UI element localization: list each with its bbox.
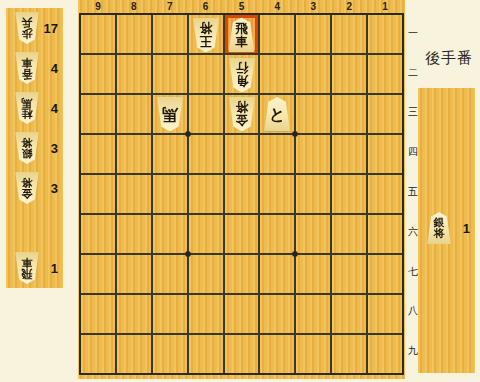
hand-piece-count: 17 [40,21,63,36]
board-cell-9五[interactable] [81,175,115,213]
piece-kanji: 将 [434,228,445,240]
board-cell-3一[interactable] [296,15,330,53]
hand-piece-knight[interactable]: 桂馬 [14,92,40,124]
board-cell-2二[interactable] [332,55,366,93]
board-cell-1三[interactable] [368,95,402,133]
piece-kanji: 将 [22,177,33,189]
board-cell-3八[interactable] [296,295,330,333]
shogi-board-panel: 987654321 王将飛車角行馬金将と [78,0,405,379]
board-cell-4四[interactable] [260,135,294,173]
gote-hand-slot: 桂馬4 [6,88,63,128]
sente-hand-slot [418,88,475,128]
file-label: 3 [295,0,331,13]
hand-piece-count: 4 [40,101,63,116]
board-cell-8二[interactable] [117,55,151,93]
board-cell-8六[interactable] [117,215,151,253]
piece-kanji: 金 [22,188,33,200]
board-cell-5七[interactable] [225,255,259,293]
board-cell-1五[interactable] [368,175,402,213]
gote-hand-slot: 銀将3 [6,128,63,168]
rank-label: 二 [405,53,421,93]
board-cell-4七[interactable] [260,255,294,293]
sente-hand-slot [418,248,475,288]
board-cell-2五[interactable] [332,175,366,213]
sente-hand-slot [418,328,475,368]
board-cell-4八[interactable] [260,295,294,333]
file-label: 9 [80,0,116,13]
hand-piece-rook[interactable]: 飛車 [14,252,40,284]
board-cell-8八[interactable] [117,295,151,333]
board-cell-7五[interactable] [153,175,187,213]
gote-hand-slot [6,208,63,248]
gote-hand-slot: 飛車1 [6,248,63,288]
hand-piece-gold[interactable]: 金将 [14,172,40,204]
file-label: 2 [331,0,367,13]
board-cell-1八[interactable] [368,295,402,333]
board-cell-9三[interactable] [81,95,115,133]
board-cell-7二[interactable] [153,55,187,93]
board-cell-9九[interactable] [81,335,115,373]
board-cell-8三[interactable] [117,95,151,133]
board-cell-4六[interactable] [260,215,294,253]
board-cell-8五[interactable] [117,175,151,213]
board-cell-2四[interactable] [332,135,366,173]
gote-hand-slot: 歩兵17 [6,8,63,48]
rank-label: 一 [405,13,421,53]
piece-kanji: 角 [235,75,248,88]
sente-hand-slot [418,128,475,168]
board-cell-1四[interactable] [368,135,402,173]
board-cell-6七[interactable] [189,255,223,293]
board-cell-9二[interactable] [81,55,115,93]
star-point [293,132,298,137]
board-cell-5四[interactable] [225,135,259,173]
sente-hand-slot [418,168,475,208]
shogi-app: 歩兵17香車4桂馬4銀将3金将3飛車1 987654321 王将飛車角行馬金将と… [0,0,480,382]
file-label: 6 [188,0,224,13]
hand-piece-count: 1 [40,261,63,276]
board-cell-4一[interactable] [260,15,294,53]
board-cell-8九[interactable] [117,335,151,373]
piece-kanji: 将 [235,101,248,114]
board-cell-2一[interactable] [332,15,366,53]
hand-piece-count: 1 [452,221,475,236]
piece-kanji: 歩 [22,28,33,40]
hand-piece-pawn[interactable]: 歩兵 [14,12,40,44]
file-label: 8 [116,0,152,13]
board-cell-9八[interactable] [81,295,115,333]
sente-hand-tray: 銀将1 [418,88,475,373]
piece-kanji: 車 [22,57,33,69]
board-cell-7六[interactable] [153,215,187,253]
board-cell-2三[interactable] [332,95,366,133]
board-cell-6八[interactable] [189,295,223,333]
board-cell-1六[interactable] [368,215,402,253]
hand-piece-count: 3 [40,181,63,196]
star-point [186,132,191,137]
board-cell-8七[interactable] [117,255,151,293]
piece-kanji: 馬 [22,97,33,109]
board-cell-6九[interactable] [189,335,223,373]
board-cell-1二[interactable] [368,55,402,93]
board-cell-6五[interactable] [189,175,223,213]
file-label: 1 [367,0,403,13]
gote-hand-slot: 金将3 [6,168,63,208]
board-cell-6三[interactable] [189,95,223,133]
piece-kanji: 銀 [22,148,33,160]
board-cell-7七[interactable] [153,255,187,293]
board-cell-2七[interactable] [332,255,366,293]
file-label: 7 [152,0,188,13]
board-cell-3七[interactable] [296,255,330,293]
gote-hand-slot: 香車4 [6,48,63,88]
board-cell-4二[interactable] [260,55,294,93]
board-cell-3五[interactable] [296,175,330,213]
hand-piece-count: 3 [40,141,63,156]
star-point [186,251,191,256]
board-cell-9六[interactable] [81,215,115,253]
board-cell-6二[interactable] [189,55,223,93]
board-cell-9一[interactable] [81,15,115,53]
piece-kanji: 飛 [22,268,33,280]
piece-kanji: と [269,106,285,123]
board-cell-1一[interactable] [368,15,402,53]
shogi-board: 王将飛車角行馬金将と [79,13,404,375]
gote-hand-tray: 歩兵17香車4桂馬4銀将3金将3飛車1 [6,8,63,288]
board-cell-3三[interactable] [296,95,330,133]
board-cell-5六[interactable] [225,215,259,253]
board-cell-7四[interactable] [153,135,187,173]
piece-kanji: 車 [235,35,248,48]
board-cell-1七[interactable] [368,255,402,293]
board-cell-3六[interactable] [296,215,330,253]
sente-hand-slot: 銀将1 [418,208,475,248]
hand-piece-silver[interactable]: 銀将 [14,132,40,164]
board-cell-5五[interactable] [225,175,259,213]
piece-kanji: 兵 [22,17,33,29]
piece-kanji: 飛 [235,22,248,35]
board-cell-4五[interactable] [260,175,294,213]
hand-piece-silver[interactable]: 銀将 [426,212,452,244]
board-cell-6六[interactable] [189,215,223,253]
board-cell-7一[interactable] [153,15,187,53]
board-cell-2六[interactable] [332,215,366,253]
piece-kanji: 王 [200,35,213,48]
sente-hand-slot [418,288,475,328]
star-point [293,251,298,256]
file-label: 5 [224,0,260,13]
board-cell-9四[interactable] [81,135,115,173]
piece-kanji: 香 [22,68,33,80]
piece-kanji: 将 [22,137,33,149]
file-labels: 987654321 [80,0,403,13]
board-cell-3二[interactable] [296,55,330,93]
hand-piece-count: 4 [40,61,63,76]
board-cell-8一[interactable] [117,15,151,53]
piece-kanji: 車 [22,257,33,269]
board-cell-6四[interactable] [189,135,223,173]
piece-kanji: 金 [235,114,248,127]
board-cell-5八[interactable] [225,295,259,333]
board-cell-7九[interactable] [153,335,187,373]
piece-kanji: 桂 [22,108,33,120]
board-cell-5九[interactable] [225,335,259,373]
piece-kanji: 将 [200,22,213,35]
board-cell-2九[interactable] [332,335,366,373]
board-cell-7八[interactable] [153,295,187,333]
board-cell-8四[interactable] [117,135,151,173]
board-cell-2八[interactable] [332,295,366,333]
board-cell-3九[interactable] [296,335,330,373]
piece-kanji: 馬 [162,106,178,123]
turn-indicator: 後手番 [425,49,473,68]
piece-kanji: 行 [235,62,248,75]
board-cell-3四[interactable] [296,135,330,173]
board-cell-4九[interactable] [260,335,294,373]
board-cell-9七[interactable] [81,255,115,293]
board-cell-1九[interactable] [368,335,402,373]
file-label: 4 [259,0,295,13]
hand-piece-lance[interactable]: 香車 [14,52,40,84]
